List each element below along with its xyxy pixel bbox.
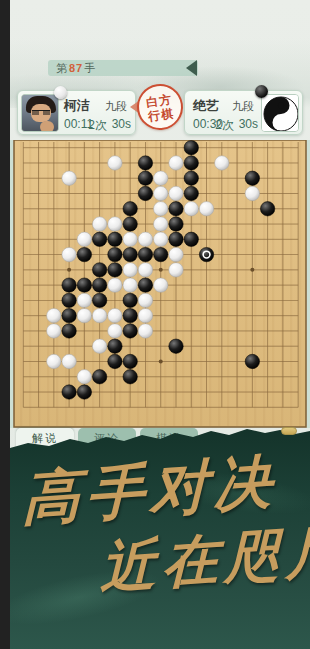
stone-white bbox=[62, 247, 76, 261]
stone-black bbox=[77, 385, 91, 399]
stone-black bbox=[108, 247, 122, 261]
stone-white bbox=[169, 186, 183, 200]
player-byoyomi-periods: 2次 bbox=[215, 117, 234, 134]
stone-black bbox=[123, 370, 137, 384]
stone-black bbox=[62, 324, 76, 338]
player-rank: 九段 bbox=[105, 99, 127, 114]
player-name: 绝艺 bbox=[193, 97, 219, 115]
player-card-white: 柯洁 九段 00:11 2次 30s bbox=[17, 90, 136, 135]
stone-black bbox=[184, 141, 198, 155]
stone-black bbox=[199, 247, 213, 261]
stone-black bbox=[92, 370, 106, 384]
stone-white bbox=[154, 186, 168, 200]
stone-white bbox=[154, 171, 168, 185]
stone-white bbox=[77, 232, 91, 246]
stone-black bbox=[169, 339, 183, 353]
stone-black bbox=[184, 186, 198, 200]
stone-black bbox=[123, 308, 137, 322]
stone-black bbox=[62, 293, 76, 307]
stone-black bbox=[62, 278, 76, 292]
player-byoyomi-seconds: 30s bbox=[112, 117, 131, 131]
stone-black bbox=[108, 354, 122, 368]
stone-black bbox=[123, 324, 137, 338]
stone-black bbox=[154, 247, 168, 261]
stone-black bbox=[123, 293, 137, 307]
stone-white bbox=[62, 171, 76, 185]
stone-white bbox=[108, 324, 122, 338]
stone-white bbox=[199, 202, 213, 216]
portrait-glasses bbox=[32, 110, 50, 115]
player-byoyomi-periods: 2次 bbox=[88, 117, 107, 134]
go-board[interactable] bbox=[10, 140, 310, 428]
stone-white bbox=[154, 278, 168, 292]
stone-black bbox=[123, 202, 137, 216]
stone-white bbox=[123, 278, 137, 292]
stone-black bbox=[123, 247, 137, 261]
stone-white bbox=[169, 263, 183, 277]
stone-white bbox=[47, 354, 61, 368]
black-stone-icon bbox=[255, 85, 268, 98]
stone-black bbox=[92, 278, 106, 292]
stone-black bbox=[184, 232, 198, 246]
stone-black bbox=[138, 278, 152, 292]
stone-black bbox=[92, 293, 106, 307]
stone-black bbox=[184, 156, 198, 170]
stone-black bbox=[123, 354, 137, 368]
stone-black bbox=[169, 217, 183, 231]
stone-black bbox=[245, 354, 259, 368]
stone-white bbox=[108, 217, 122, 231]
go-board-svg bbox=[10, 140, 310, 428]
player-card-black: 绝艺 九段 00:30 2次 30s bbox=[184, 90, 303, 135]
player-name: 柯洁 bbox=[64, 97, 90, 115]
stone-black bbox=[92, 263, 106, 277]
stone-black bbox=[92, 232, 106, 246]
stone-white bbox=[138, 308, 152, 322]
stone-black bbox=[62, 385, 76, 399]
stone-white bbox=[184, 202, 198, 216]
stone-white bbox=[62, 354, 76, 368]
stone-white bbox=[77, 370, 91, 384]
stone-black bbox=[138, 171, 152, 185]
player-portrait-photo bbox=[22, 95, 58, 131]
stone-white bbox=[215, 156, 229, 170]
stone-black bbox=[77, 247, 91, 261]
stone-black bbox=[123, 217, 137, 231]
stone-white bbox=[47, 308, 61, 322]
stone-white bbox=[92, 308, 106, 322]
stone-white bbox=[169, 247, 183, 261]
stone-white bbox=[169, 156, 183, 170]
avatar[interactable] bbox=[261, 94, 299, 132]
white-stone-icon bbox=[54, 86, 67, 99]
stone-white bbox=[108, 278, 122, 292]
stone-white bbox=[154, 202, 168, 216]
previous-move-arrow-icon[interactable] bbox=[186, 60, 197, 76]
stone-black bbox=[260, 202, 274, 216]
stone-white bbox=[108, 156, 122, 170]
player-rank: 九段 bbox=[232, 99, 254, 114]
stone-black bbox=[138, 247, 152, 261]
move-counter-suffix: 手 bbox=[84, 61, 96, 76]
stone-white bbox=[138, 263, 152, 277]
stone-white bbox=[123, 232, 137, 246]
stone-white bbox=[138, 232, 152, 246]
stone-black bbox=[77, 278, 91, 292]
stone-black bbox=[108, 263, 122, 277]
portrait-hand bbox=[40, 121, 54, 132]
stone-white bbox=[154, 217, 168, 231]
move-counter-number: 87 bbox=[68, 62, 84, 74]
stone-black bbox=[169, 232, 183, 246]
stone-black bbox=[62, 308, 76, 322]
player-byoyomi-seconds: 30s bbox=[239, 117, 258, 131]
stone-black bbox=[138, 186, 152, 200]
stone-black bbox=[138, 156, 152, 170]
stone-white bbox=[108, 308, 122, 322]
stone-white bbox=[138, 324, 152, 338]
app-screen: 第87手 柯洁 九段 00:11 2次 30s 白方 行棋 bbox=[10, 0, 310, 649]
stone-white bbox=[77, 293, 91, 307]
stone-white bbox=[138, 293, 152, 307]
stone-black bbox=[108, 232, 122, 246]
stone-white bbox=[47, 324, 61, 338]
move-counter-bar: 第87手 bbox=[48, 60, 198, 76]
stone-white bbox=[154, 232, 168, 246]
stone-white bbox=[92, 217, 106, 231]
stone-white bbox=[92, 339, 106, 353]
avatar[interactable] bbox=[21, 94, 59, 132]
stone-white bbox=[123, 263, 137, 277]
stone-black bbox=[108, 339, 122, 353]
stone-black bbox=[184, 171, 198, 185]
stone-white bbox=[77, 308, 91, 322]
taiji-yin-yang-icon bbox=[262, 95, 299, 132]
stone-black bbox=[169, 202, 183, 216]
stone-white bbox=[245, 186, 259, 200]
signature-seal-icon bbox=[281, 427, 297, 435]
stone-black bbox=[245, 171, 259, 185]
move-counter-prefix: 第 bbox=[56, 61, 68, 76]
